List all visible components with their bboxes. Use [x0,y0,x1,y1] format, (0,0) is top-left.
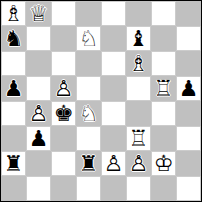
white-pawn-piece[interactable]: ♟♙ [29,101,49,126]
square-h6[interactable] [176,51,201,76]
square-f5[interactable] [126,76,151,101]
square-a7[interactable]: ♞ [1,26,26,51]
square-f3[interactable]: ♜♖ [126,126,151,151]
square-d4[interactable]: ♞♘ [76,101,101,126]
black-pawn-piece[interactable]: ♟ [29,126,49,151]
square-e6[interactable] [101,51,126,76]
square-g7[interactable] [151,26,176,51]
square-g4[interactable] [151,101,176,126]
square-d1[interactable] [76,176,101,201]
white-knight-piece[interactable]: ♞♘ [79,101,99,126]
square-d3[interactable] [76,126,101,151]
square-a6[interactable] [1,51,26,76]
white-rook-piece[interactable]: ♜♖ [129,126,149,151]
black-bishop-piece[interactable]: ♝ [129,26,149,51]
chess-board: ♝♗♛♕♞♞♘♝♝♗♟♟♙♜♖♟♟♙♚♞♘♟♜♖♜♜♟♙♟♙♚♔ [0,0,202,202]
black-king-piece[interactable]: ♚ [54,101,74,126]
white-pawn-piece[interactable]: ♟♙ [104,151,124,176]
square-h4[interactable] [176,101,201,126]
square-e8[interactable] [101,1,126,26]
white-pawn-piece[interactable]: ♟♙ [54,76,74,101]
square-h1[interactable] [176,176,201,201]
square-b1[interactable] [26,176,51,201]
square-g5[interactable]: ♜♖ [151,76,176,101]
square-c6[interactable] [51,51,76,76]
white-rook-outline-layer: ♖ [129,126,149,151]
square-g1[interactable] [151,176,176,201]
square-b2[interactable] [26,151,51,176]
square-b7[interactable] [26,26,51,51]
white-pawn-outline-layer: ♙ [54,76,74,101]
white-knight-outline-layer: ♘ [79,101,99,126]
white-king-piece[interactable]: ♚♔ [154,151,174,176]
black-pawn-piece[interactable]: ♟ [179,76,199,101]
square-e3[interactable] [101,126,126,151]
square-h5[interactable]: ♟ [176,76,201,101]
black-rook-piece[interactable]: ♜ [4,151,24,176]
square-f1[interactable] [126,176,151,201]
square-e5[interactable] [101,76,126,101]
black-knight-piece[interactable]: ♞ [4,26,24,51]
square-e7[interactable] [101,26,126,51]
square-f2[interactable]: ♟♙ [126,151,151,176]
square-d8[interactable] [76,1,101,26]
square-c7[interactable] [51,26,76,51]
square-d7[interactable]: ♞♘ [76,26,101,51]
white-king-outline-layer: ♔ [154,151,174,176]
square-c5[interactable]: ♟♙ [51,76,76,101]
square-a1[interactable] [1,176,26,201]
square-a2[interactable]: ♜ [1,151,26,176]
square-f8[interactable] [126,1,151,26]
square-c8[interactable] [51,1,76,26]
chess-diagram: ♝♗♛♕♞♞♘♝♝♗♟♟♙♜♖♟♟♙♚♞♘♟♜♖♜♜♟♙♟♙♚♔ [0,0,202,202]
square-d6[interactable] [76,51,101,76]
square-b3[interactable]: ♟ [26,126,51,151]
square-a5[interactable]: ♟ [1,76,26,101]
black-pawn-piece[interactable]: ♟ [4,76,24,101]
square-a3[interactable] [1,126,26,151]
white-bishop-outline-layer: ♗ [4,1,24,26]
square-h3[interactable] [176,126,201,151]
white-queen-piece[interactable]: ♛♕ [29,1,49,26]
square-f6[interactable]: ♝♗ [126,51,151,76]
white-pawn-piece[interactable]: ♟♙ [129,151,149,176]
square-g8[interactable] [151,1,176,26]
square-d5[interactable] [76,76,101,101]
square-g3[interactable] [151,126,176,151]
square-c1[interactable] [51,176,76,201]
black-rook-piece[interactable]: ♜ [79,151,99,176]
square-d2[interactable]: ♜ [76,151,101,176]
white-queen-outline-layer: ♕ [29,1,49,26]
white-bishop-piece[interactable]: ♝♗ [129,51,149,76]
square-e1[interactable] [101,176,126,201]
square-b6[interactable] [26,51,51,76]
white-bishop-piece[interactable]: ♝♗ [4,1,24,26]
white-pawn-outline-layer: ♙ [104,151,124,176]
square-b5[interactable] [26,76,51,101]
square-a4[interactable] [1,101,26,126]
square-c2[interactable] [51,151,76,176]
square-e2[interactable]: ♟♙ [101,151,126,176]
square-b4[interactable]: ♟♙ [26,101,51,126]
square-e4[interactable] [101,101,126,126]
square-f7[interactable]: ♝ [126,26,151,51]
square-a8[interactable]: ♝♗ [1,1,26,26]
white-pawn-outline-layer: ♙ [129,151,149,176]
white-rook-piece[interactable]: ♜♖ [154,76,174,101]
white-bishop-outline-layer: ♗ [129,51,149,76]
square-g2[interactable]: ♚♔ [151,151,176,176]
square-f4[interactable] [126,101,151,126]
white-knight-outline-layer: ♘ [79,26,99,51]
square-h8[interactable] [176,1,201,26]
white-rook-outline-layer: ♖ [154,76,174,101]
square-g6[interactable] [151,51,176,76]
square-h7[interactable] [176,26,201,51]
white-pawn-outline-layer: ♙ [29,101,49,126]
square-b8[interactable]: ♛♕ [26,1,51,26]
white-knight-piece[interactable]: ♞♘ [79,26,99,51]
square-c3[interactable] [51,126,76,151]
square-h2[interactable] [176,151,201,176]
square-c4[interactable]: ♚ [51,101,76,126]
